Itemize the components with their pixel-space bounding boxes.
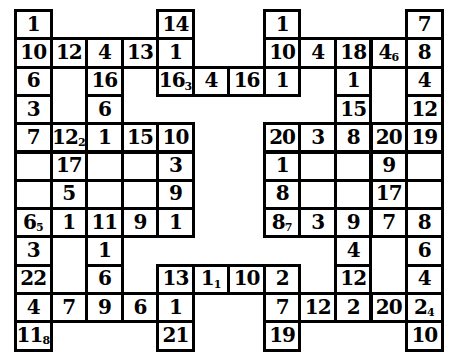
cell-value: 8 [347,127,360,147]
cell-value: 1 [62,212,75,232]
cell-r6c1-empty[interactable] [14,151,53,182]
cell-r9c10[interactable]: 4 [334,235,373,266]
cell-r10c3[interactable]: 6 [85,264,124,295]
cell-r3c8[interactable]: 1 [263,66,302,97]
cell-value: 5 [62,183,75,203]
cell-value: 4 [418,268,431,288]
cell-value: 12 [305,297,331,317]
cell-value: 4 [418,70,431,90]
cell-r11c3[interactable]: 9 [85,292,124,323]
cell-value: 4 [98,42,111,62]
cell-value: 6 [133,297,146,317]
cell-r7c11[interactable]: 17 [370,179,409,210]
cell-r3c7[interactable]: 16 [227,66,266,97]
cell-value: 16 [91,70,117,90]
cell-r6c8[interactable]: 1 [263,151,302,182]
cell-r4c1[interactable]: 3 [14,94,53,125]
cell-r3c6[interactable]: 4 [192,66,231,97]
cell-value: 4 [378,42,391,62]
cell-value: 1 [169,297,182,317]
cell-r3c3[interactable]: 16 [85,66,124,97]
cell-r5c4[interactable]: 15 [121,122,160,153]
cell-r10c8[interactable]: 2 [263,264,302,295]
cell-r2c12[interactable]: 8 [405,37,444,68]
cell-r2c9[interactable]: 4 [298,37,337,68]
cell-subscript: 1 [214,279,222,290]
cell-subscript: 8 [42,335,50,346]
cell-value: 10 [269,42,295,62]
cell-value: 7 [62,297,75,317]
cell-value: 6 [27,70,40,90]
cell-value: 1 [347,70,360,90]
cell-value: 12 [340,268,366,288]
cell-subscript: 6 [391,52,399,63]
cell-r1c8[interactable]: 1 [263,9,302,40]
cell-value: 9 [133,212,146,232]
cell-r5c12[interactable]: 19 [405,122,444,153]
cell-r11c12[interactable]: 24 [405,292,444,323]
cell-r6c9-empty[interactable] [298,151,337,182]
cell-r6c5[interactable]: 3 [156,151,195,182]
cell-r7c1-empty[interactable] [14,179,53,210]
cell-value: 8 [272,212,285,232]
cell-r10c6[interactable]: 11 [192,264,231,295]
cell-r2c8[interactable]: 10 [263,37,302,68]
cell-value: 1 [169,212,182,232]
cell-value: 1 [169,42,182,62]
cell-value: 1 [98,127,111,147]
cell-value: 6 [418,240,431,260]
cell-r4c12[interactable]: 12 [405,94,444,125]
cell-r11c9[interactable]: 12 [298,292,337,323]
cell-value: 9 [169,183,182,203]
cell-r8c3[interactable]: 11 [85,207,124,238]
cell-r12c1[interactable]: 118 [14,320,53,351]
cell-r7c3-empty[interactable] [85,179,124,210]
cell-value: 17 [376,183,402,203]
cell-r2c1[interactable]: 10 [14,37,53,68]
cell-r7c12-empty[interactable] [405,179,444,210]
cell-value: 21 [163,325,189,345]
cell-r12c8[interactable]: 19 [263,320,302,351]
cell-r11c1[interactable]: 4 [14,292,53,323]
cell-r2c2[interactable]: 12 [50,37,89,68]
cell-r6c12-empty[interactable] [405,151,444,182]
cell-value: 22 [20,268,46,288]
cell-r9c3[interactable]: 1 [85,235,124,266]
cell-r1c12[interactable]: 7 [405,9,444,40]
cell-value: 6 [23,212,36,232]
cell-r2c10[interactable]: 18 [334,37,373,68]
cell-value: 4 [347,240,360,260]
cell-r9c12[interactable]: 6 [405,235,444,266]
cell-r10c5[interactable]: 13 [156,264,195,295]
cell-r2c3[interactable]: 4 [85,37,124,68]
cell-value: 6 [98,268,111,288]
cell-r3c1[interactable]: 6 [14,66,53,97]
cell-r7c5[interactable]: 9 [156,179,195,210]
cell-r6c4-empty[interactable] [121,151,160,182]
cell-value: 7 [418,14,431,34]
cell-value: 10 [20,42,46,62]
cell-r5c1[interactable]: 7 [14,122,53,153]
cell-value: 8 [418,212,431,232]
cell-subscript: 4 [427,307,435,318]
cell-r10c10[interactable]: 12 [334,264,373,295]
cell-r2c5[interactable]: 1 [156,37,195,68]
cell-value: 9 [382,155,395,175]
cell-value: 2 [414,297,427,317]
cell-r4c10[interactable]: 15 [334,94,373,125]
cell-value: 8 [418,42,431,62]
cell-value: 15 [127,127,153,147]
cell-subscript: 7 [285,222,293,233]
cell-value: 1 [27,14,40,34]
cell-r11c11[interactable]: 20 [370,292,409,323]
cell-value: 4 [205,70,218,90]
cell-r8c12[interactable]: 8 [405,207,444,238]
cell-value: 6 [98,99,111,119]
cell-r7c2[interactable]: 5 [50,179,89,210]
cell-r7c9-empty[interactable] [298,179,337,210]
cell-value: 19 [269,325,295,345]
cell-value: 1 [276,70,289,90]
cell-r3c5[interactable]: 163 [156,66,195,97]
cell-r12c12[interactable]: 10 [405,320,444,351]
cell-value: 3 [169,155,182,175]
cell-r11c10[interactable]: 2 [334,292,373,323]
cell-value: 20 [376,127,402,147]
cell-value: 14 [163,14,189,34]
cell-value: 11 [91,212,117,232]
cell-subscript: 5 [36,222,44,233]
cell-r6c2[interactable]: 17 [50,151,89,182]
cell-value: 15 [340,99,366,119]
cell-value: 1 [98,240,111,260]
cell-r7c10-empty[interactable] [334,179,373,210]
cell-value: 18 [340,42,366,62]
cell-r6c3-empty[interactable] [85,151,124,182]
cell-r11c5[interactable]: 1 [156,292,195,323]
cell-r5c11[interactable]: 20 [370,122,409,153]
cell-r4c3[interactable]: 6 [85,94,124,125]
cell-r10c12[interactable]: 4 [405,264,444,295]
cell-r8c11[interactable]: 7 [370,207,409,238]
cell-value: 2 [276,268,289,288]
cell-value: 20 [376,297,402,317]
cell-value: 20 [269,127,295,147]
cell-r8c5[interactable]: 1 [156,207,195,238]
cell-value: 7 [276,297,289,317]
cell-value: 4 [311,42,324,62]
cell-value: 10 [234,268,260,288]
cell-value: 12 [411,99,437,119]
cell-r5c5[interactable]: 10 [156,122,195,153]
cell-value: 10 [411,325,437,345]
cell-r11c2[interactable]: 7 [50,292,89,323]
cell-value: 13 [127,42,153,62]
cell-r2c4[interactable]: 13 [121,37,160,68]
cell-r12c5[interactable]: 21 [156,320,195,351]
cell-value: 4 [27,297,40,317]
cell-r8c9[interactable]: 3 [298,207,337,238]
cell-value: 1 [276,155,289,175]
cell-r5c8[interactable]: 20 [263,122,302,153]
cell-r7c4-empty[interactable] [121,179,160,210]
cell-r11c4[interactable]: 6 [121,292,160,323]
cell-value: 3 [27,240,40,260]
cell-value: 10 [163,127,189,147]
cell-value: 16 [159,70,185,90]
cell-value: 3 [311,212,324,232]
puzzle-board: 1141710124131104184686161634161143615127… [0,0,450,360]
cell-value: 16 [234,70,260,90]
cell-r5c2[interactable]: 122 [50,122,89,153]
cell-r3c10[interactable]: 1 [334,66,373,97]
cell-value: 11 [17,325,43,345]
cell-value: 7 [382,212,395,232]
cell-value: 8 [276,183,289,203]
cell-value: 12 [52,127,78,147]
cell-value: 7 [27,127,40,147]
cell-r10c1[interactable]: 22 [14,264,53,295]
cell-value: 2 [347,297,360,317]
cell-r8c4[interactable]: 9 [121,207,160,238]
cell-r8c1[interactable]: 65 [14,207,53,238]
cell-r5c9[interactable]: 3 [298,122,337,153]
cell-r8c10[interactable]: 9 [334,207,373,238]
cell-r1c1[interactable]: 1 [14,9,53,40]
cell-value: 12 [56,42,82,62]
cell-r10c7[interactable]: 10 [227,264,266,295]
cell-value: 3 [27,99,40,119]
cell-r8c2[interactable]: 1 [50,207,89,238]
cell-value: 9 [347,212,360,232]
cell-r3c12[interactable]: 4 [405,66,444,97]
cell-r6c10-empty[interactable] [334,151,373,182]
cell-value: 9 [98,297,111,317]
cell-value: 3 [311,127,324,147]
cell-r1c5[interactable]: 14 [156,9,195,40]
cell-value: 19 [411,127,437,147]
cell-value: 17 [56,155,82,175]
cell-r7c8[interactable]: 8 [263,179,302,210]
cell-r2c11[interactable]: 46 [370,37,409,68]
cell-r5c3[interactable]: 1 [85,122,124,153]
cell-value: 1 [276,14,289,34]
puzzle-screenshot: 1141710124131104184686161634161143615127… [0,0,450,360]
cell-r5c10[interactable]: 8 [334,122,373,153]
cell-r11c8[interactable]: 7 [263,292,302,323]
cell-r8c8[interactable]: 87 [263,207,302,238]
cell-r9c1[interactable]: 3 [14,235,53,266]
cell-value: 13 [163,268,189,288]
cell-r6c11[interactable]: 9 [370,151,409,182]
cell-value: 1 [201,268,214,288]
